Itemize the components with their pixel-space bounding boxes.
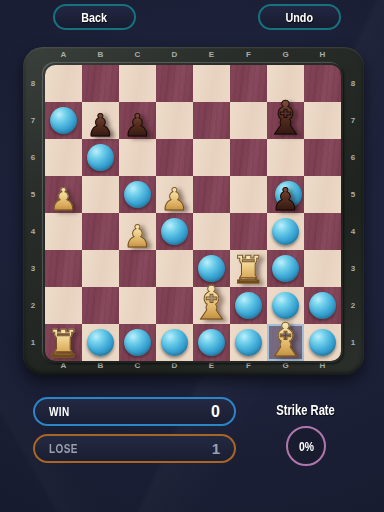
board-square[interactable] bbox=[45, 102, 82, 139]
board-square[interactable] bbox=[156, 102, 193, 139]
board-square[interactable] bbox=[82, 213, 119, 250]
back-button[interactable]: Back bbox=[53, 4, 136, 30]
target-sphere[interactable] bbox=[50, 107, 77, 134]
piece-white-bishop[interactable]: ♝ bbox=[191, 280, 232, 326]
piece-black-pawn[interactable]: ♟ bbox=[87, 110, 115, 141]
board-square[interactable] bbox=[82, 287, 119, 324]
board-square[interactable] bbox=[230, 324, 267, 361]
board-square[interactable] bbox=[156, 250, 193, 287]
board-square[interactable] bbox=[193, 213, 230, 250]
board-square[interactable] bbox=[119, 176, 156, 213]
board-square[interactable] bbox=[304, 324, 341, 361]
board-square[interactable] bbox=[193, 176, 230, 213]
board-square[interactable]: ♟ bbox=[267, 176, 304, 213]
board-square[interactable]: ♟ bbox=[45, 176, 82, 213]
board-square[interactable] bbox=[119, 324, 156, 361]
board-square[interactable]: ♝ bbox=[193, 287, 230, 324]
board-square[interactable] bbox=[304, 213, 341, 250]
target-sphere[interactable] bbox=[161, 329, 188, 356]
rank-label: 1 bbox=[23, 324, 43, 361]
board-square[interactable] bbox=[156, 139, 193, 176]
piece-white-rook[interactable]: ♜ bbox=[46, 325, 80, 361]
piece-white-bishop[interactable]: ♝ bbox=[265, 317, 306, 361]
strike-rate-value: 0% bbox=[298, 439, 313, 454]
board-square[interactable] bbox=[304, 250, 341, 287]
piece-white-pawn[interactable]: ♟ bbox=[161, 184, 189, 215]
board-square[interactable] bbox=[156, 287, 193, 324]
board-square[interactable] bbox=[267, 213, 304, 250]
board-square[interactable] bbox=[304, 102, 341, 139]
rank-label: 6 bbox=[23, 139, 43, 176]
rank-label: 2 bbox=[343, 287, 363, 324]
board-square[interactable] bbox=[82, 65, 119, 102]
files-row: ABCDEFGH bbox=[45, 50, 341, 59]
file-label: B bbox=[82, 361, 119, 370]
file-label: B bbox=[82, 50, 119, 59]
board-square[interactable]: ♜ bbox=[230, 250, 267, 287]
board-square[interactable] bbox=[156, 324, 193, 361]
file-label: H bbox=[304, 361, 341, 370]
target-sphere[interactable] bbox=[272, 255, 299, 282]
board-square[interactable] bbox=[193, 65, 230, 102]
file-label: A bbox=[45, 50, 82, 59]
rank-label: 2 bbox=[23, 287, 43, 324]
target-sphere[interactable] bbox=[161, 218, 188, 245]
piece-white-rook[interactable]: ♜ bbox=[231, 251, 265, 289]
file-label: H bbox=[304, 50, 341, 59]
file-label: A bbox=[45, 361, 82, 370]
board-square[interactable] bbox=[230, 176, 267, 213]
piece-black-pawn[interactable]: ♟ bbox=[272, 184, 300, 215]
board-square[interactable] bbox=[304, 139, 341, 176]
board-square[interactable] bbox=[45, 287, 82, 324]
lose-value: 1 bbox=[212, 440, 220, 457]
board-square[interactable] bbox=[119, 250, 156, 287]
piece-white-pawn[interactable]: ♟ bbox=[124, 221, 152, 252]
lose-counter: LOSE 1 bbox=[33, 434, 236, 463]
file-label: D bbox=[156, 361, 193, 370]
board-square[interactable] bbox=[230, 287, 267, 324]
file-label: F bbox=[230, 50, 267, 59]
win-label: WIN bbox=[49, 405, 70, 419]
target-sphere[interactable] bbox=[309, 292, 336, 319]
board-square[interactable] bbox=[267, 250, 304, 287]
strike-rate-title: Strike Rate bbox=[258, 402, 354, 418]
target-sphere[interactable] bbox=[235, 292, 262, 319]
target-sphere[interactable] bbox=[198, 329, 225, 356]
undo-button-label: Undo bbox=[286, 10, 314, 25]
board-square[interactable] bbox=[119, 287, 156, 324]
board-square[interactable] bbox=[193, 102, 230, 139]
board-square[interactable] bbox=[45, 65, 82, 102]
target-sphere[interactable] bbox=[235, 329, 262, 356]
rank-label: 5 bbox=[23, 176, 43, 213]
board-square[interactable] bbox=[119, 65, 156, 102]
rank-label: 1 bbox=[343, 324, 363, 361]
board-square[interactable]: ♜ bbox=[45, 324, 82, 361]
board-square[interactable] bbox=[230, 102, 267, 139]
board-square[interactable] bbox=[45, 250, 82, 287]
file-label: C bbox=[119, 361, 156, 370]
board-square[interactable] bbox=[304, 287, 341, 324]
rank-label: 7 bbox=[343, 102, 363, 139]
back-button-label: Back bbox=[82, 10, 108, 25]
board-square[interactable] bbox=[119, 139, 156, 176]
board-square[interactable] bbox=[193, 139, 230, 176]
board-square[interactable] bbox=[304, 65, 341, 102]
rank-label: 8 bbox=[343, 65, 363, 102]
board-square[interactable] bbox=[82, 139, 119, 176]
piece-black-pawn[interactable]: ♟ bbox=[124, 110, 152, 141]
file-label: F bbox=[230, 361, 267, 370]
board-square[interactable]: ♝ bbox=[267, 102, 304, 139]
chess-board: ABCDEFGH ABCDEFGH 87654321 87654321 ♟♟♝♟… bbox=[23, 47, 364, 375]
board-square[interactable] bbox=[45, 139, 82, 176]
rank-label: 4 bbox=[23, 213, 43, 250]
target-sphere[interactable] bbox=[309, 329, 336, 356]
file-label: C bbox=[119, 50, 156, 59]
rank-label: 7 bbox=[23, 102, 43, 139]
rank-label: 4 bbox=[343, 213, 363, 250]
game-screen: Back Undo ABCDEFGH ABCDEFGH 87654321 876… bbox=[0, 0, 384, 512]
board-square[interactable] bbox=[82, 250, 119, 287]
board-square[interactable] bbox=[230, 213, 267, 250]
board-square[interactable] bbox=[82, 324, 119, 361]
ranks-col: 87654321 bbox=[23, 65, 43, 361]
file-label: E bbox=[193, 50, 230, 59]
piece-white-pawn[interactable]: ♟ bbox=[50, 184, 78, 215]
board-square[interactable] bbox=[82, 176, 119, 213]
board-square[interactable]: ♟ bbox=[119, 102, 156, 139]
lose-label: LOSE bbox=[49, 442, 78, 456]
board-square[interactable]: ♝ bbox=[267, 324, 304, 361]
board-square[interactable] bbox=[304, 176, 341, 213]
board-square[interactable]: ♟ bbox=[82, 102, 119, 139]
target-sphere[interactable] bbox=[124, 329, 151, 356]
rank-label: 8 bbox=[23, 65, 43, 102]
win-value: 0 bbox=[211, 403, 220, 421]
rank-label: 3 bbox=[343, 250, 363, 287]
board-square[interactable] bbox=[156, 65, 193, 102]
board-square[interactable] bbox=[156, 213, 193, 250]
rank-label: 6 bbox=[343, 139, 363, 176]
files-row: ABCDEFGH bbox=[45, 361, 341, 370]
file-label: E bbox=[193, 361, 230, 370]
board-square[interactable] bbox=[45, 213, 82, 250]
target-sphere[interactable] bbox=[272, 218, 299, 245]
board-square[interactable] bbox=[230, 139, 267, 176]
file-label: G bbox=[267, 361, 304, 370]
board-square[interactable] bbox=[230, 65, 267, 102]
rank-label: 3 bbox=[23, 250, 43, 287]
undo-button[interactable]: Undo bbox=[258, 4, 341, 30]
rank-label: 5 bbox=[343, 176, 363, 213]
win-counter: WIN 0 bbox=[33, 397, 236, 426]
file-label: D bbox=[156, 50, 193, 59]
board-grid: ♟♟♝♟♟♟♟♜♝♜♝ bbox=[45, 65, 341, 361]
board-square[interactable]: ♟ bbox=[119, 213, 156, 250]
target-sphere[interactable] bbox=[124, 181, 151, 208]
ranks-col: 87654321 bbox=[343, 65, 363, 361]
board-square[interactable]: ♟ bbox=[156, 176, 193, 213]
file-label: G bbox=[267, 50, 304, 59]
target-sphere[interactable] bbox=[87, 144, 114, 171]
strike-rate-badge: 0% bbox=[286, 426, 326, 466]
piece-black-bishop[interactable]: ♝ bbox=[265, 95, 306, 141]
target-sphere[interactable] bbox=[87, 329, 114, 356]
